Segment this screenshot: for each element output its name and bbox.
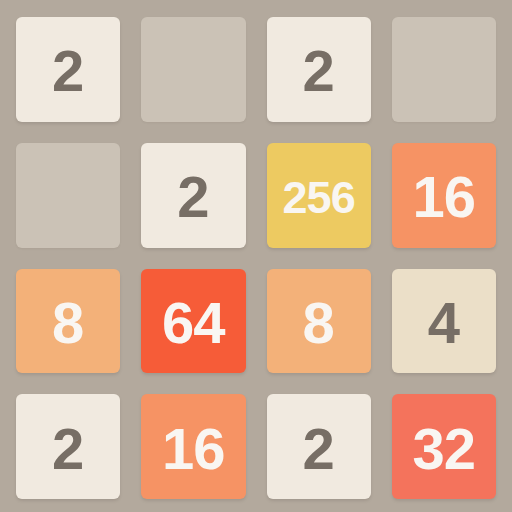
tile-value: 2 — [302, 420, 334, 478]
tile-value: 2 — [177, 168, 209, 226]
tile-value: 16 — [162, 420, 225, 478]
tile-value: 2 — [52, 42, 84, 100]
tile-value: 2 — [52, 420, 84, 478]
tile-2: 2 — [16, 394, 120, 499]
tile-value: 256 — [283, 175, 355, 220]
tile-256: 256 — [267, 143, 371, 248]
tile-value: 64 — [162, 294, 225, 352]
board-2048[interactable]: 2222561686484216232 — [0, 0, 512, 512]
tile-2: 2 — [267, 394, 371, 499]
tile-8: 8 — [267, 269, 371, 374]
tile-value: 32 — [413, 420, 476, 478]
tile-8: 8 — [16, 269, 120, 374]
tile-32: 32 — [392, 394, 496, 499]
empty-cell — [392, 17, 496, 122]
tile-value: 4 — [428, 294, 460, 352]
tile-16: 16 — [141, 394, 245, 499]
tile-16: 16 — [392, 143, 496, 248]
tile-value: 8 — [52, 294, 84, 352]
tile-4: 4 — [392, 269, 496, 374]
tile-value: 8 — [302, 294, 334, 352]
tile-2: 2 — [141, 143, 245, 248]
tile-value: 2 — [302, 42, 334, 100]
tile-value: 16 — [413, 168, 476, 226]
tile-64: 64 — [141, 269, 245, 374]
tile-2: 2 — [16, 17, 120, 122]
tile-2: 2 — [267, 17, 371, 122]
empty-cell — [16, 143, 120, 248]
empty-cell — [141, 17, 245, 122]
